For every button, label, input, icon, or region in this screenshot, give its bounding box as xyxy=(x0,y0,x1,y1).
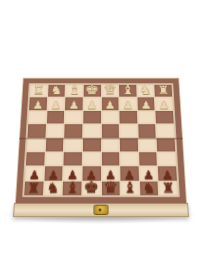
square-a8[interactable]: ♜ xyxy=(159,181,178,195)
square-f1[interactable]: ♝ xyxy=(66,85,83,97)
square-e5[interactable] xyxy=(83,138,101,151)
square-e3[interactable] xyxy=(83,111,100,124)
square-a3[interactable] xyxy=(156,111,174,124)
brass-clasp-icon xyxy=(94,205,109,215)
white-rook[interactable]: ♜ xyxy=(157,85,170,97)
square-a5[interactable] xyxy=(157,138,175,151)
white-pawn[interactable]: ♟ xyxy=(32,100,43,110)
square-c8[interactable]: ♝ xyxy=(121,181,140,195)
white-pawn[interactable]: ♟ xyxy=(50,100,61,110)
white-rook[interactable]: ♜ xyxy=(32,85,45,97)
fold-seam xyxy=(19,138,183,140)
square-h2[interactable]: ♟ xyxy=(29,98,47,110)
black-pawn[interactable]: ♟ xyxy=(48,169,60,181)
white-knight[interactable]: ♞ xyxy=(50,85,63,97)
square-c3[interactable] xyxy=(120,111,138,124)
square-d3[interactable] xyxy=(101,111,118,124)
square-d2[interactable]: ♟ xyxy=(101,98,118,110)
chess-box: ♜♞♝♚♛♝♞♜♟♟♟♟♟♟♟♟♟♟♟♟♟♟♟♟♜♞♝♚♛♝♞♜ xyxy=(15,79,187,217)
white-pawn[interactable]: ♟ xyxy=(87,100,98,110)
square-b3[interactable] xyxy=(138,111,156,124)
white-bishop[interactable]: ♝ xyxy=(68,84,81,97)
black-knight[interactable]: ♞ xyxy=(46,182,60,196)
square-f3[interactable] xyxy=(65,111,83,124)
white-bishop[interactable]: ♝ xyxy=(121,84,134,97)
square-g3[interactable] xyxy=(47,111,65,124)
black-pawn[interactable]: ♟ xyxy=(28,169,40,181)
square-b6[interactable] xyxy=(139,152,157,165)
square-b7[interactable]: ♟ xyxy=(139,167,158,181)
square-c4[interactable] xyxy=(120,124,138,137)
square-b2[interactable]: ♟ xyxy=(137,98,155,110)
square-c1[interactable]: ♝ xyxy=(119,85,136,97)
board-frame: ♜♞♝♚♛♝♞♜♟♟♟♟♟♟♟♟♟♟♟♟♟♟♟♟♜♞♝♚♛♝♞♜ xyxy=(16,79,186,203)
square-g4[interactable] xyxy=(46,124,64,137)
square-b5[interactable] xyxy=(138,138,156,151)
square-f8[interactable]: ♝ xyxy=(63,181,82,195)
square-f2[interactable]: ♟ xyxy=(65,98,82,110)
black-knight[interactable]: ♞ xyxy=(142,182,156,196)
black-pawn[interactable]: ♟ xyxy=(162,169,174,181)
square-e6[interactable] xyxy=(83,152,101,165)
square-a7[interactable]: ♟ xyxy=(158,167,177,181)
white-pawn[interactable]: ♟ xyxy=(105,100,116,110)
square-h3[interactable] xyxy=(28,111,46,124)
square-a6[interactable] xyxy=(158,152,177,165)
square-g2[interactable]: ♟ xyxy=(47,98,65,110)
white-king[interactable]: ♚ xyxy=(85,83,100,97)
square-b4[interactable] xyxy=(138,124,156,137)
black-rook[interactable]: ♜ xyxy=(27,182,41,196)
square-d1[interactable]: ♛ xyxy=(101,85,118,97)
black-bishop[interactable]: ♝ xyxy=(123,181,137,196)
square-e4[interactable] xyxy=(83,124,101,137)
square-g1[interactable]: ♞ xyxy=(48,85,65,97)
black-pawn[interactable]: ♟ xyxy=(143,169,155,181)
square-b1[interactable]: ♞ xyxy=(137,85,154,97)
white-pawn[interactable]: ♟ xyxy=(158,100,169,110)
square-h7[interactable]: ♟ xyxy=(25,167,44,181)
square-a1[interactable]: ♜ xyxy=(155,85,173,97)
square-f4[interactable] xyxy=(64,124,82,137)
white-pawn[interactable]: ♟ xyxy=(123,100,134,110)
black-rook[interactable]: ♜ xyxy=(161,182,175,196)
black-queen[interactable]: ♛ xyxy=(103,180,118,196)
white-pawn[interactable]: ♟ xyxy=(141,100,152,110)
square-h6[interactable] xyxy=(26,152,45,165)
square-d6[interactable] xyxy=(101,152,119,165)
square-c6[interactable] xyxy=(120,152,138,165)
square-d5[interactable] xyxy=(101,138,119,151)
square-a4[interactable] xyxy=(156,124,174,137)
square-a2[interactable]: ♟ xyxy=(155,98,173,110)
chess-board: ♜♞♝♚♛♝♞♜♟♟♟♟♟♟♟♟♟♟♟♟♟♟♟♟♜♞♝♚♛♝♞♜ xyxy=(24,85,178,196)
square-h8[interactable]: ♜ xyxy=(24,181,43,195)
square-f6[interactable] xyxy=(64,152,82,165)
square-e1[interactable]: ♚ xyxy=(84,85,101,97)
white-knight[interactable]: ♞ xyxy=(139,85,152,97)
white-queen[interactable]: ♛ xyxy=(103,84,117,97)
black-bishop[interactable]: ♝ xyxy=(65,181,79,196)
square-g8[interactable]: ♞ xyxy=(44,181,63,195)
square-e2[interactable]: ♟ xyxy=(83,98,100,110)
square-b8[interactable]: ♞ xyxy=(140,181,159,195)
square-h1[interactable]: ♜ xyxy=(30,85,48,97)
square-d4[interactable] xyxy=(101,124,119,137)
square-c2[interactable]: ♟ xyxy=(119,98,136,110)
square-g7[interactable]: ♟ xyxy=(44,167,63,181)
square-h5[interactable] xyxy=(27,138,45,151)
white-pawn[interactable]: ♟ xyxy=(68,100,79,110)
square-g5[interactable] xyxy=(45,138,63,151)
square-d8[interactable]: ♛ xyxy=(101,181,119,195)
black-king[interactable]: ♚ xyxy=(83,179,99,195)
square-g6[interactable] xyxy=(45,152,63,165)
square-e8[interactable]: ♚ xyxy=(82,181,100,195)
square-h4[interactable] xyxy=(28,124,46,137)
square-f5[interactable] xyxy=(64,138,82,151)
product-photo: ♜♞♝♚♛♝♞♜♟♟♟♟♟♟♟♟♟♟♟♟♟♟♟♟♜♞♝♚♛♝♞♜ xyxy=(0,0,200,280)
box-front-edge xyxy=(13,203,189,217)
square-c5[interactable] xyxy=(120,138,138,151)
